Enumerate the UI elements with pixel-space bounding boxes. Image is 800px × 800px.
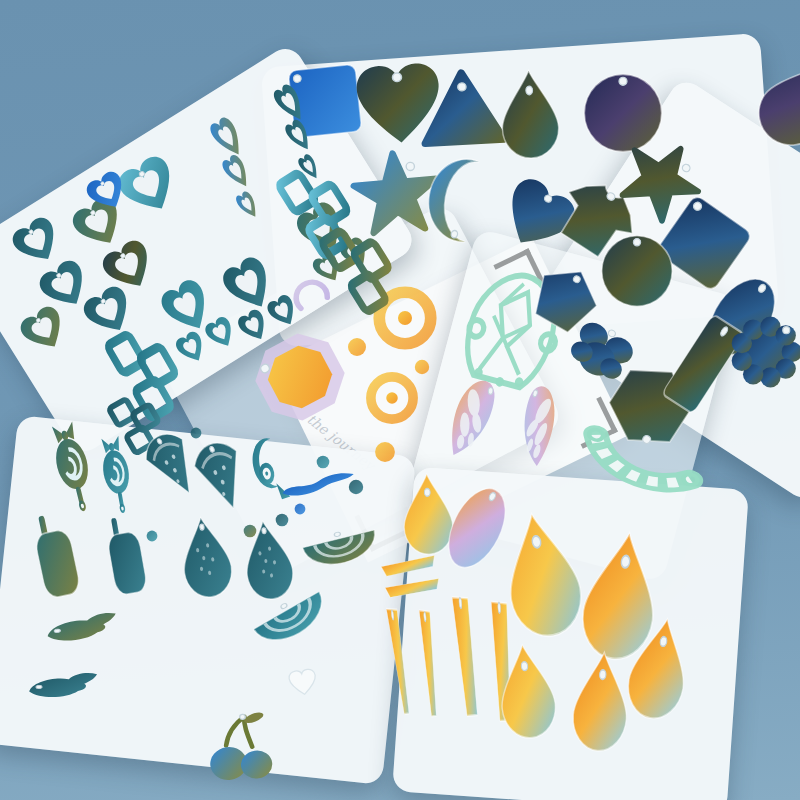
piece-dot — [374, 441, 396, 463]
piece-dot — [414, 359, 430, 375]
piece-whale — [22, 661, 109, 715]
piece-teardrop — [491, 65, 568, 162]
product-photo: the journey — [0, 0, 800, 800]
piece-dot — [294, 503, 306, 515]
piece-cherry — [189, 705, 292, 799]
piece-dot — [316, 455, 330, 469]
piece-dot — [243, 524, 257, 538]
piece-dot — [347, 337, 367, 357]
piece-dot — [348, 479, 364, 495]
piece-heartCavity — [285, 666, 321, 700]
piece-circle — [597, 231, 677, 311]
piece-teardrop — [487, 637, 567, 744]
piece-scallop — [727, 313, 800, 391]
piece-ring — [360, 366, 424, 430]
piece-dot — [146, 530, 158, 542]
piece-dot — [190, 427, 202, 439]
piece-dot — [275, 513, 289, 527]
